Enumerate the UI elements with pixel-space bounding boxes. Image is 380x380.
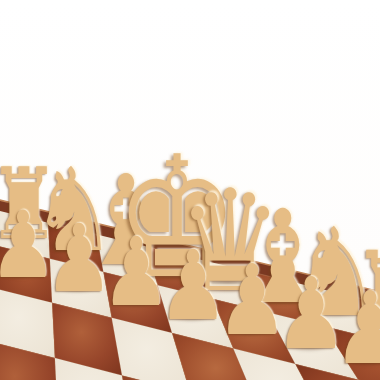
chess-photo-scene: ♜♞♝♚♛♝♞♜♟♟♟♟♟♟♟: [0, 0, 380, 380]
piece-white-pawn-b2[interactable]: ♟: [334, 279, 380, 379]
